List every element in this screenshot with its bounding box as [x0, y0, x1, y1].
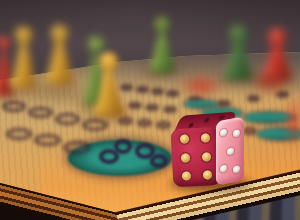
die-pip — [181, 153, 190, 162]
die-pip — [202, 152, 211, 161]
pawn-base — [94, 110, 124, 117]
pawn-head — [99, 52, 118, 71]
die-pip — [220, 129, 227, 137]
pawn-head — [154, 16, 170, 32]
pawn-head — [0, 36, 10, 49]
pawn-head — [15, 26, 32, 43]
die-pip — [202, 118, 209, 124]
pawn-green-dark-7[interactable] — [223, 24, 253, 80]
die-front-pips — [171, 127, 222, 187]
pawn-yellow-5[interactable] — [93, 52, 124, 117]
pawn-red-8[interactable] — [262, 27, 292, 80]
pawn-body — [45, 37, 74, 82]
die-pip — [180, 134, 189, 143]
die-pip — [227, 147, 234, 155]
pawn-head — [229, 24, 248, 43]
pawn-green-6[interactable] — [149, 16, 175, 73]
pawn-head — [88, 36, 104, 52]
die-front-face — [171, 127, 222, 187]
pawn-head — [51, 24, 69, 42]
pawn-base — [46, 78, 74, 85]
pawns-layer — [0, 0, 300, 220]
die-pip — [201, 133, 210, 142]
pawn-body — [93, 66, 124, 114]
die-pip — [182, 171, 191, 180]
die-right-pips — [216, 117, 244, 186]
die-red[interactable] — [172, 106, 248, 190]
pawn-yellow-3[interactable] — [45, 24, 74, 85]
die-pip — [233, 165, 240, 173]
pawn-yellow-2[interactable] — [10, 26, 37, 89]
pawn-body — [10, 40, 37, 87]
pawn-base — [11, 82, 37, 89]
pawn-body — [149, 29, 175, 71]
pawn-base — [263, 74, 292, 80]
pawn-head — [268, 27, 287, 46]
pawn-base — [224, 74, 253, 80]
die-pip — [233, 129, 240, 137]
scene-ludo-photo — [0, 0, 300, 220]
die-pip — [220, 165, 227, 173]
die-pip — [203, 170, 212, 179]
die-right-face — [216, 117, 244, 186]
pawn-base — [150, 67, 175, 73]
